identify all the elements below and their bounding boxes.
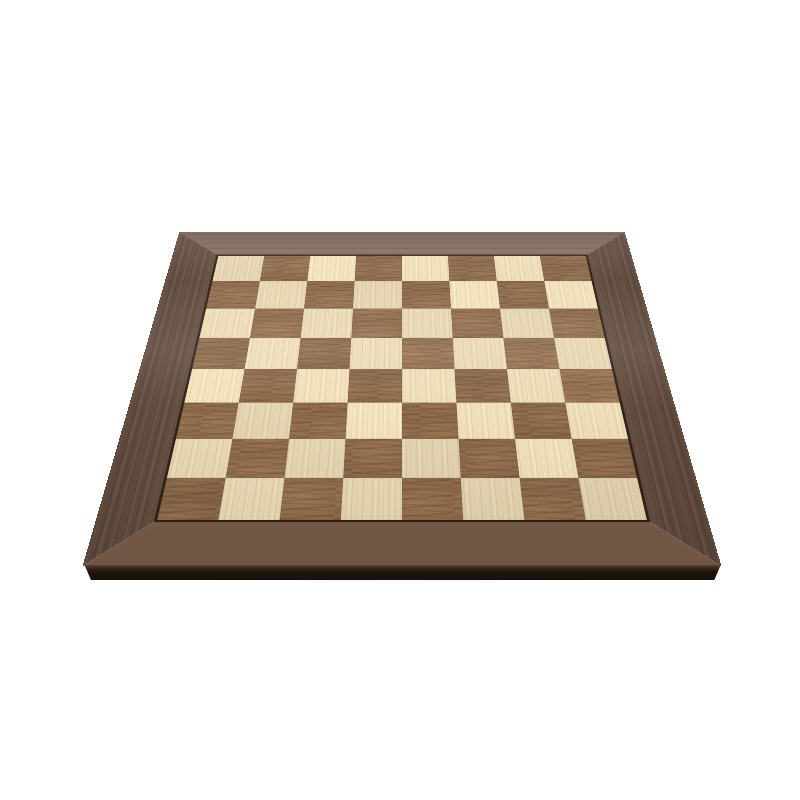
square-h3 [565,403,628,439]
square-f7 [449,281,500,308]
square-c7 [304,281,355,308]
square-e6 [402,309,453,338]
square-a3 [176,403,239,439]
square-c2 [284,439,345,478]
square-e2 [402,439,461,478]
square-d3 [345,403,402,439]
square-a8 [212,256,264,282]
square-c5 [297,338,351,369]
square-f6 [451,309,503,338]
square-a4 [184,369,244,403]
chessboard [83,232,722,566]
square-b2 [226,439,289,478]
square-d5 [350,338,402,369]
square-f5 [453,338,507,369]
square-d4 [348,369,402,403]
square-b5 [245,338,301,369]
square-b7 [255,281,307,308]
square-f1 [461,478,525,520]
square-c8 [307,256,356,282]
square-c1 [280,478,344,520]
square-c4 [293,369,349,403]
square-a5 [192,338,250,369]
square-d8 [355,256,402,282]
square-f4 [454,369,510,403]
square-c6 [301,309,353,338]
square-a2 [167,439,233,478]
squares-grid [157,256,647,520]
square-e3 [402,403,459,439]
square-a7 [206,281,260,308]
square-b3 [232,403,293,439]
square-h8 [540,256,592,282]
square-f2 [459,439,520,478]
square-h1 [578,478,647,520]
square-d1 [341,478,402,520]
square-g3 [511,403,572,439]
square-h2 [572,439,638,478]
square-b4 [239,369,297,403]
square-a1 [157,478,226,520]
square-g1 [520,478,586,520]
square-g6 [500,309,554,338]
square-h5 [554,338,612,369]
square-d2 [343,439,402,478]
board-front-edge [82,565,722,580]
scene [0,0,800,800]
square-e8 [402,256,449,282]
square-f3 [456,403,515,439]
square-b8 [260,256,310,282]
square-e1 [402,478,463,520]
square-b1 [218,478,284,520]
square-g8 [494,256,544,282]
square-c3 [289,403,348,439]
square-f8 [448,256,497,282]
square-d6 [351,309,402,338]
square-g4 [507,369,565,403]
square-e7 [402,281,451,308]
square-h4 [559,369,619,403]
square-d7 [353,281,402,308]
square-h7 [544,281,598,308]
square-g5 [503,338,559,369]
square-g2 [515,439,578,478]
square-e4 [402,369,456,403]
square-h6 [549,309,605,338]
square-b6 [250,309,304,338]
square-e5 [402,338,454,369]
square-g7 [497,281,549,308]
square-a6 [199,309,255,338]
